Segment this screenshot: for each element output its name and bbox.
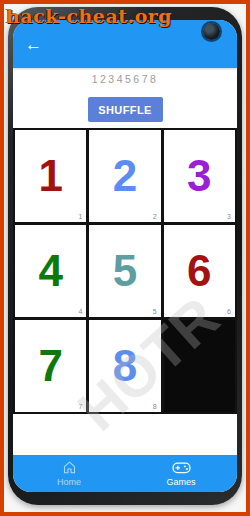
tile-cell-index: 4 — [78, 308, 82, 315]
home-icon — [62, 460, 77, 475]
tile-cell-index: 1 — [78, 213, 82, 220]
tile-number: 8 — [113, 344, 137, 388]
puzzle-tile-3[interactable]: 3 3 — [164, 130, 235, 222]
tile-number: 4 — [38, 249, 62, 293]
tile-cell-index: 2 — [153, 213, 157, 220]
puzzle-tile-6[interactable]: 6 6 — [164, 225, 235, 317]
tile-number: 5 — [113, 249, 137, 293]
puzzle-board: 1 1 2 2 3 3 4 4 5 5 — [13, 128, 237, 414]
back-arrow-icon[interactable]: ← — [25, 36, 42, 53]
hack-cheat-site-watermark: hack-cheat.org — [6, 5, 172, 27]
games-gamepad-icon — [172, 460, 191, 475]
nav-label-games: Games — [166, 477, 195, 487]
nav-label-home: Home — [57, 477, 81, 487]
target-sequence-label: 12345678 — [13, 72, 237, 86]
front-camera-punch-hole — [203, 23, 220, 40]
tile-cell-index: 7 — [78, 403, 82, 410]
nav-item-home[interactable]: Home — [13, 455, 125, 492]
tile-number: 7 — [38, 344, 62, 388]
puzzle-tile-8[interactable]: 8 8 — [89, 320, 160, 412]
puzzle-tile-1[interactable]: 1 1 — [15, 130, 86, 222]
tile-cell-index: 3 — [227, 213, 231, 220]
phone-screen: ← 12345678 SHUFFLE 1 1 2 2 3 3 4 — [13, 20, 237, 492]
nav-item-games[interactable]: Games — [125, 455, 237, 492]
shuffle-button[interactable]: SHUFFLE — [88, 97, 163, 122]
tile-cell-index: 8 — [153, 403, 157, 410]
tile-number: 2 — [113, 154, 137, 198]
tile-number: 6 — [187, 249, 211, 293]
bottom-nav: Home Games — [13, 455, 237, 492]
phone-frame: ← 12345678 SHUFFLE 1 1 2 2 3 3 4 — [8, 7, 242, 505]
tile-cell-index: 5 — [153, 308, 157, 315]
puzzle-tile-2[interactable]: 2 2 — [89, 130, 160, 222]
tile-number: 1 — [38, 154, 62, 198]
puzzle-tile-4[interactable]: 4 4 — [15, 225, 86, 317]
puzzle-tile-5[interactable]: 5 5 — [89, 225, 160, 317]
puzzle-tile-7[interactable]: 7 7 — [15, 320, 86, 412]
page-background: ← 12345678 SHUFFLE 1 1 2 2 3 3 4 — [0, 0, 250, 516]
tile-cell-index: 6 — [227, 308, 231, 315]
puzzle-empty-cell[interactable] — [164, 320, 235, 412]
tile-number: 3 — [187, 154, 211, 198]
